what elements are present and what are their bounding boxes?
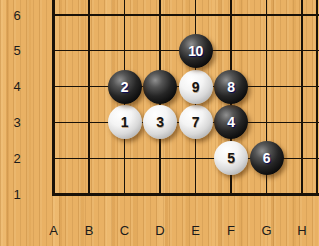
row-label-1: 1 <box>7 187 27 202</box>
stone-number: 7 <box>192 114 199 130</box>
stone-e3-white[interactable]: 7 <box>179 105 213 139</box>
stone-number: 2 <box>121 79 128 95</box>
row-label-4: 4 <box>7 79 27 94</box>
col-label-f: F <box>221 223 241 238</box>
stone-number: 3 <box>156 114 163 130</box>
stone-number: 9 <box>192 79 199 95</box>
row-label-3: 3 <box>7 115 27 130</box>
col-label-g: G <box>257 223 277 238</box>
stone-number: 6 <box>263 150 270 166</box>
stone-e5-black[interactable]: 10 <box>179 34 213 68</box>
col-label-b: B <box>79 223 99 238</box>
row-label-6: 6 <box>7 8 27 23</box>
col-label-e: E <box>186 223 206 238</box>
stone-f4-black[interactable]: 8 <box>214 70 248 104</box>
stone-g2-black[interactable]: 6 <box>250 141 284 175</box>
stone-c4-black[interactable]: 2 <box>108 70 142 104</box>
stone-number: 10 <box>188 43 203 59</box>
col-label-c: C <box>115 223 135 238</box>
row-label-2: 2 <box>7 151 27 166</box>
stone-f2-white[interactable]: 5 <box>214 141 248 175</box>
col-label-a: A <box>44 223 64 238</box>
col-label-d: D <box>150 223 170 238</box>
stones-grid: 12345678910 <box>36 0 319 212</box>
row-label-5: 5 <box>7 43 27 58</box>
stone-c3-white[interactable]: 1 <box>108 105 142 139</box>
stone-number: 1 <box>121 114 128 130</box>
col-label-h: H <box>292 223 312 238</box>
stone-d3-white[interactable]: 3 <box>143 105 177 139</box>
go-board[interactable]: 12345678910 ABCDEFGH 654321 <box>0 0 319 246</box>
stone-number: 5 <box>227 150 234 166</box>
stone-number: 4 <box>227 114 234 130</box>
stone-f3-black[interactable]: 4 <box>214 105 248 139</box>
stone-d4-black[interactable] <box>143 70 177 104</box>
stone-number: 8 <box>227 79 234 95</box>
stone-e4-white[interactable]: 9 <box>179 70 213 104</box>
